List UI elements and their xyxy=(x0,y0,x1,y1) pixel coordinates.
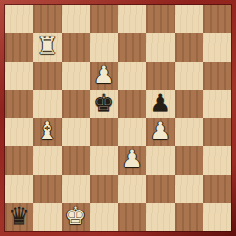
square-g6[interactable] xyxy=(175,62,203,90)
square-c1[interactable]: ♚ xyxy=(62,203,90,231)
square-e4[interactable] xyxy=(118,118,146,146)
square-a3[interactable] xyxy=(5,146,33,174)
square-a8[interactable] xyxy=(5,5,33,33)
square-c2[interactable] xyxy=(62,175,90,203)
square-h8[interactable] xyxy=(203,5,231,33)
black-queen[interactable]: ♛ xyxy=(8,204,30,228)
square-h1[interactable] xyxy=(203,203,231,231)
square-e8[interactable] xyxy=(118,5,146,33)
square-d2[interactable] xyxy=(90,175,118,203)
square-f1[interactable] xyxy=(146,203,174,231)
square-d8[interactable] xyxy=(90,5,118,33)
square-h2[interactable] xyxy=(203,175,231,203)
square-e3[interactable]: ♟ xyxy=(118,146,146,174)
square-f4[interactable]: ♟ xyxy=(146,118,174,146)
square-c4[interactable] xyxy=(62,118,90,146)
square-a1[interactable]: ♛ xyxy=(5,203,33,231)
white-bishop[interactable]: ♝ xyxy=(37,119,59,143)
square-g7[interactable] xyxy=(175,33,203,61)
square-h4[interactable] xyxy=(203,118,231,146)
square-f7[interactable] xyxy=(146,33,174,61)
square-f8[interactable] xyxy=(146,5,174,33)
square-a2[interactable] xyxy=(5,175,33,203)
white-pawn[interactable]: ♟ xyxy=(150,119,172,143)
white-pawn[interactable]: ♟ xyxy=(121,147,143,171)
square-c5[interactable] xyxy=(62,90,90,118)
black-king[interactable]: ♚ xyxy=(93,91,115,115)
white-king[interactable]: ♚ xyxy=(65,204,87,228)
square-a4[interactable] xyxy=(5,118,33,146)
square-b4[interactable]: ♝ xyxy=(33,118,61,146)
square-d3[interactable] xyxy=(90,146,118,174)
square-h5[interactable] xyxy=(203,90,231,118)
square-d1[interactable] xyxy=(90,203,118,231)
square-a7[interactable] xyxy=(5,33,33,61)
square-f6[interactable] xyxy=(146,62,174,90)
square-c7[interactable] xyxy=(62,33,90,61)
square-h3[interactable] xyxy=(203,146,231,174)
square-g3[interactable] xyxy=(175,146,203,174)
square-d6[interactable]: ♟ xyxy=(90,62,118,90)
square-d5[interactable]: ♚ xyxy=(90,90,118,118)
square-g4[interactable] xyxy=(175,118,203,146)
square-c8[interactable] xyxy=(62,5,90,33)
square-c3[interactable] xyxy=(62,146,90,174)
square-f5[interactable]: ♟ xyxy=(146,90,174,118)
square-f3[interactable] xyxy=(146,146,174,174)
square-b8[interactable] xyxy=(33,5,61,33)
square-d7[interactable] xyxy=(90,33,118,61)
square-e2[interactable] xyxy=(118,175,146,203)
square-g2[interactable] xyxy=(175,175,203,203)
square-g5[interactable] xyxy=(175,90,203,118)
square-h7[interactable] xyxy=(203,33,231,61)
square-b2[interactable] xyxy=(33,175,61,203)
square-d4[interactable] xyxy=(90,118,118,146)
square-b6[interactable] xyxy=(33,62,61,90)
square-f2[interactable] xyxy=(146,175,174,203)
square-e7[interactable] xyxy=(118,33,146,61)
chess-board: ♜♟♚♟♝♟♟♛♚ xyxy=(5,5,231,231)
square-h6[interactable] xyxy=(203,62,231,90)
square-g1[interactable] xyxy=(175,203,203,231)
square-b3[interactable] xyxy=(33,146,61,174)
square-a6[interactable] xyxy=(5,62,33,90)
square-e6[interactable] xyxy=(118,62,146,90)
square-c6[interactable] xyxy=(62,62,90,90)
square-b5[interactable] xyxy=(33,90,61,118)
square-e5[interactable] xyxy=(118,90,146,118)
square-g8[interactable] xyxy=(175,5,203,33)
board-frame: ♜♟♚♟♝♟♟♛♚ xyxy=(0,0,236,236)
white-rook[interactable]: ♜ xyxy=(37,34,59,58)
black-pawn[interactable]: ♟ xyxy=(150,91,172,115)
white-pawn[interactable]: ♟ xyxy=(93,63,115,87)
square-b7[interactable]: ♜ xyxy=(33,33,61,61)
square-b1[interactable] xyxy=(33,203,61,231)
square-a5[interactable] xyxy=(5,90,33,118)
square-e1[interactable] xyxy=(118,203,146,231)
